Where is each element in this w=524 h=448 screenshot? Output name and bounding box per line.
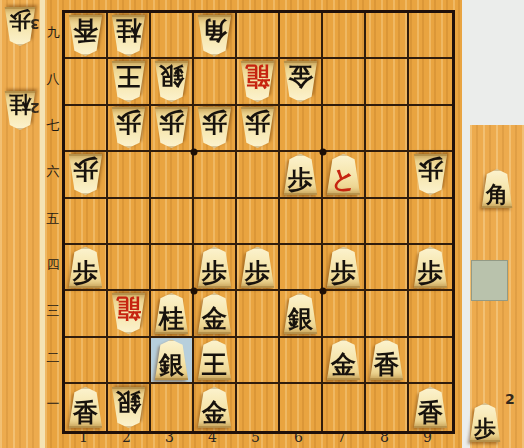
piece-glyph-lance: 香 <box>374 352 399 380</box>
piece-pawn[interactable]: 歩 <box>110 107 147 148</box>
square-6-3[interactable]: 銀 <box>280 291 323 337</box>
piece-glyph-pawn: 歩 <box>159 107 184 135</box>
piece-body: 金 <box>325 339 362 380</box>
piece-glyph-gold: 金 <box>331 352 356 380</box>
piece-pawn[interactable]: 歩 <box>412 247 449 288</box>
hoshi-dot <box>320 288 327 295</box>
piece-glyph-knight: 桂 <box>159 306 184 334</box>
piece-glyph-dragon: 龍 <box>245 61 270 89</box>
piece-glyph-tokin: と <box>331 167 357 195</box>
piece-pawn[interactable]: 歩 <box>412 154 449 195</box>
piece-glyph-dragon: 龍 <box>116 293 141 321</box>
square-6-2[interactable] <box>280 338 323 384</box>
square-5-9[interactable] <box>237 13 280 59</box>
piece-pawn[interactable]: 歩 <box>325 247 362 288</box>
rank-label-8: 八 <box>45 56 61 102</box>
piece-body: 歩 <box>196 107 233 148</box>
piece-body: 龍 <box>239 61 276 102</box>
square-5-2[interactable] <box>237 338 280 384</box>
square-1-1[interactable]: 香 <box>65 384 108 430</box>
piece-pawn[interactable]: 歩 <box>282 154 319 195</box>
square-7-1[interactable] <box>323 384 366 430</box>
piece-pawn[interactable]: 歩 <box>196 107 233 148</box>
rank-label-9: 九 <box>45 10 61 56</box>
piece-glyph-silver: 銀 <box>288 306 313 334</box>
rank-label-2: 二 <box>45 335 61 381</box>
square-9-2[interactable] <box>409 338 452 384</box>
piece-body: 歩 <box>196 247 233 288</box>
square-1-3[interactable] <box>65 291 108 337</box>
piece-pawn[interactable]: 歩 <box>239 247 276 288</box>
square-2-3[interactable]: 龍 <box>108 291 151 337</box>
piece-glyph-pawn: 歩 <box>202 107 227 135</box>
piece-silver[interactable]: 銀 <box>110 387 147 428</box>
piece-glyph-gold: 金 <box>202 306 227 334</box>
piece-body: 銀 <box>153 339 190 380</box>
square-6-1[interactable] <box>280 384 323 430</box>
square-3-9[interactable] <box>151 13 194 59</box>
piece-body: 歩 <box>325 247 362 288</box>
square-7-7[interactable] <box>323 106 366 152</box>
square-2-6[interactable] <box>108 152 151 198</box>
piece-body: 王 <box>196 339 233 380</box>
rank-label-1: 一 <box>45 381 61 427</box>
piece-body: 銀 <box>153 61 190 102</box>
piece-body: 金 <box>196 387 233 428</box>
square-7-3[interactable] <box>323 291 366 337</box>
piece-glyph-silver: 銀 <box>159 61 184 89</box>
piece-body: 歩 <box>239 107 276 148</box>
piece-glyph-pawn: 歩 <box>418 154 443 182</box>
piece-glyph-silver: 銀 <box>159 352 184 380</box>
piece-body: 歩 <box>282 154 319 195</box>
piece-glyph-pawn: 歩 <box>418 260 443 288</box>
square-8-8[interactable] <box>366 59 409 105</box>
square-4-1[interactable]: 金 <box>194 384 237 430</box>
piece-body: 角 <box>196 15 233 56</box>
piece-body: 歩 <box>153 107 190 148</box>
piece-body: 歩 <box>67 247 104 288</box>
piece-silver[interactable]: 銀 <box>282 293 319 334</box>
square-7-2[interactable]: 金 <box>323 338 366 384</box>
piece-gold[interactable]: 金 <box>282 61 319 102</box>
piece-tokin[interactable]: と <box>325 154 362 195</box>
square-8-5[interactable] <box>366 199 409 245</box>
square-8-1[interactable] <box>366 384 409 430</box>
square-5-6[interactable] <box>237 152 280 198</box>
piece-lance[interactable]: 香 <box>412 387 449 428</box>
square-9-5[interactable] <box>409 199 452 245</box>
square-3-5[interactable] <box>151 199 194 245</box>
piece-glyph-gold: 金 <box>288 61 313 89</box>
piece-lance[interactable]: 香 <box>368 339 405 380</box>
hoshi-dot <box>191 149 198 156</box>
piece-silver[interactable]: 銀 <box>153 61 190 102</box>
piece-glyph-pawn: 歩 <box>202 260 227 288</box>
square-9-6[interactable]: 歩 <box>409 152 452 198</box>
square-1-8[interactable] <box>65 59 108 105</box>
square-8-3[interactable] <box>366 291 409 337</box>
piece-gold[interactable]: 金 <box>196 293 233 334</box>
square-2-7[interactable]: 歩 <box>108 106 151 152</box>
piece-pawn[interactable]: 歩 <box>67 247 104 288</box>
square-2-4[interactable] <box>108 245 151 291</box>
piece-glyph-bishop: 角 <box>486 183 508 208</box>
piece-glyph-pawn: 歩 <box>9 7 31 32</box>
square-9-9[interactable] <box>409 13 452 59</box>
square-2-2[interactable] <box>108 338 151 384</box>
piece-silver[interactable]: 銀 <box>153 339 190 380</box>
board-panel: 九八七六五四三二一 123456789 香桂角王銀龍金歩歩歩歩歩歩と歩歩歩歩歩歩… <box>45 0 462 448</box>
square-3-3[interactable]: 桂 <box>151 291 194 337</box>
square-3-4[interactable] <box>151 245 194 291</box>
square-5-5[interactable] <box>237 199 280 245</box>
piece-glyph-gold: 金 <box>202 400 227 428</box>
rank-label-5: 五 <box>45 196 61 242</box>
piece-pawn[interactable]: 歩 <box>468 403 502 442</box>
square-4-6[interactable] <box>194 152 237 198</box>
square-8-7[interactable] <box>366 106 409 152</box>
square-3-8[interactable]: 銀 <box>151 59 194 105</box>
piece-body: 香 <box>67 387 104 428</box>
piece-glyph-king: 王 <box>116 61 141 89</box>
square-1-4[interactable]: 歩 <box>65 245 108 291</box>
piece-king[interactable]: 王 <box>110 61 147 102</box>
square-3-7[interactable]: 歩 <box>151 106 194 152</box>
square-1-9[interactable]: 香 <box>65 13 108 59</box>
shogi-board-app: 歩3桂2 九八七六五四三二一 123456789 香桂角王銀龍金歩歩歩歩歩歩と歩… <box>0 0 524 448</box>
square-8-9[interactable] <box>366 13 409 59</box>
square-2-5[interactable] <box>108 199 151 245</box>
square-4-9[interactable]: 角 <box>194 13 237 59</box>
piece-glyph-pawn: 歩 <box>331 260 356 288</box>
square-6-6[interactable]: 歩 <box>280 152 323 198</box>
square-7-9[interactable] <box>323 13 366 59</box>
square-1-7[interactable] <box>65 106 108 152</box>
square-9-8[interactable] <box>409 59 452 105</box>
square-8-2[interactable]: 香 <box>366 338 409 384</box>
piece-body: 桂 <box>153 293 190 334</box>
piece-body: 王 <box>110 61 147 102</box>
square-4-5[interactable] <box>194 199 237 245</box>
square-4-4[interactable]: 歩 <box>194 245 237 291</box>
square-8-6[interactable] <box>366 152 409 198</box>
piece-body: 金 <box>196 293 233 334</box>
piece-lance[interactable]: 香 <box>67 387 104 428</box>
piece-pawn[interactable]: 歩 <box>196 247 233 288</box>
piece-glyph-silver: 銀 <box>116 387 141 415</box>
piece-glyph-pawn: 歩 <box>116 107 141 135</box>
hand-count-pawn: 2 <box>505 391 515 407</box>
piece-glyph-lance: 香 <box>418 400 443 428</box>
piece-glyph-lance: 香 <box>73 400 98 428</box>
piece-glyph-pawn: 歩 <box>245 260 270 288</box>
piece-body: 桂 <box>110 15 147 56</box>
square-6-9[interactable] <box>280 13 323 59</box>
gote-hand-tray: 角歩2 <box>470 125 524 448</box>
square-5-3[interactable] <box>237 291 280 337</box>
piece-glyph-pawn: 歩 <box>474 417 496 442</box>
square-9-7[interactable] <box>409 106 452 152</box>
piece-gold[interactable]: 金 <box>196 387 233 428</box>
piece-body: 金 <box>282 61 319 102</box>
square-5-4[interactable]: 歩 <box>237 245 280 291</box>
rank-label-6: 六 <box>45 149 61 195</box>
square-5-8[interactable]: 龍 <box>237 59 280 105</box>
piece-body: 歩 <box>412 247 449 288</box>
square-3-6[interactable] <box>151 152 194 198</box>
square-6-5[interactable] <box>280 199 323 245</box>
piece-knight[interactable]: 桂 <box>110 15 147 56</box>
square-6-4[interactable] <box>280 245 323 291</box>
piece-body: 香 <box>412 387 449 428</box>
square-6-7[interactable] <box>280 106 323 152</box>
square-7-6[interactable]: と <box>323 152 366 198</box>
piece-lance[interactable]: 香 <box>67 15 104 56</box>
square-1-5[interactable] <box>65 199 108 245</box>
piece-glyph-lance: 香 <box>73 15 98 43</box>
piece-glyph-king: 王 <box>202 352 227 380</box>
piece-body: と <box>325 154 362 195</box>
piece-glyph-pawn: 歩 <box>73 260 98 288</box>
square-9-1[interactable]: 香 <box>409 384 452 430</box>
rank-label-4: 四 <box>45 242 61 288</box>
square-9-3[interactable] <box>409 291 452 337</box>
piece-body: 龍 <box>110 293 147 334</box>
piece-glyph-pawn: 歩 <box>245 107 270 135</box>
board-grid: 香桂角王銀龍金歩歩歩歩歩歩と歩歩歩歩歩歩龍桂金銀銀王金香香銀金香 <box>62 10 455 434</box>
square-2-1[interactable]: 銀 <box>108 384 151 430</box>
square-8-4[interactable] <box>366 245 409 291</box>
piece-pawn[interactable]: 歩 <box>153 107 190 148</box>
square-2-8[interactable]: 王 <box>108 59 151 105</box>
square-4-2[interactable]: 王 <box>194 338 237 384</box>
piece-body: 角 <box>480 169 514 208</box>
piece-body: 香 <box>368 339 405 380</box>
piece-glyph-knight: 桂 <box>9 91 31 116</box>
piece-pawn[interactable]: 歩 <box>239 107 276 148</box>
piece-bishop[interactable]: 角 <box>480 169 514 208</box>
square-2-9[interactable]: 桂 <box>108 13 151 59</box>
square-3-2[interactable]: 銀 <box>151 338 194 384</box>
piece-body: 歩 <box>468 403 502 442</box>
piece-pawn[interactable]: 歩 <box>67 154 104 195</box>
empty-slot-highlight <box>471 260 508 301</box>
piece-body: 銀 <box>282 293 319 334</box>
piece-body: 歩 <box>110 107 147 148</box>
square-3-1[interactable] <box>151 384 194 430</box>
piece-body: 香 <box>67 15 104 56</box>
square-7-8[interactable] <box>323 59 366 105</box>
piece-glyph-bishop: 角 <box>202 15 227 43</box>
hand-count-knight: 2 <box>30 100 40 116</box>
square-7-5[interactable] <box>323 199 366 245</box>
piece-dragon[interactable]: 龍 <box>110 293 147 334</box>
rank-label-3: 三 <box>45 288 61 334</box>
square-7-4[interactable]: 歩 <box>323 245 366 291</box>
piece-glyph-knight: 桂 <box>116 15 141 43</box>
square-6-8[interactable]: 金 <box>280 59 323 105</box>
square-9-4[interactable]: 歩 <box>409 245 452 291</box>
rank-label-7: 七 <box>45 103 61 149</box>
sente-hand-tray: 歩3桂2 <box>0 0 40 448</box>
piece-king[interactable]: 王 <box>196 339 233 380</box>
square-5-7[interactable]: 歩 <box>237 106 280 152</box>
square-4-3[interactable]: 金 <box>194 291 237 337</box>
piece-body: 銀 <box>110 387 147 428</box>
piece-dragon[interactable]: 龍 <box>239 61 276 102</box>
square-4-8[interactable] <box>194 59 237 105</box>
piece-bishop[interactable]: 角 <box>196 15 233 56</box>
square-1-2[interactable] <box>65 338 108 384</box>
piece-knight[interactable]: 桂 <box>153 293 190 334</box>
piece-glyph-pawn: 歩 <box>288 167 313 195</box>
piece-gold[interactable]: 金 <box>325 339 362 380</box>
piece-body: 歩 <box>412 154 449 195</box>
piece-body: 歩 <box>239 247 276 288</box>
piece-body: 歩 <box>67 154 104 195</box>
hand-count-pawn: 3 <box>30 16 40 32</box>
piece-glyph-pawn: 歩 <box>73 154 98 182</box>
square-5-1[interactable] <box>237 384 280 430</box>
square-4-7[interactable]: 歩 <box>194 106 237 152</box>
square-1-6[interactable]: 歩 <box>65 152 108 198</box>
